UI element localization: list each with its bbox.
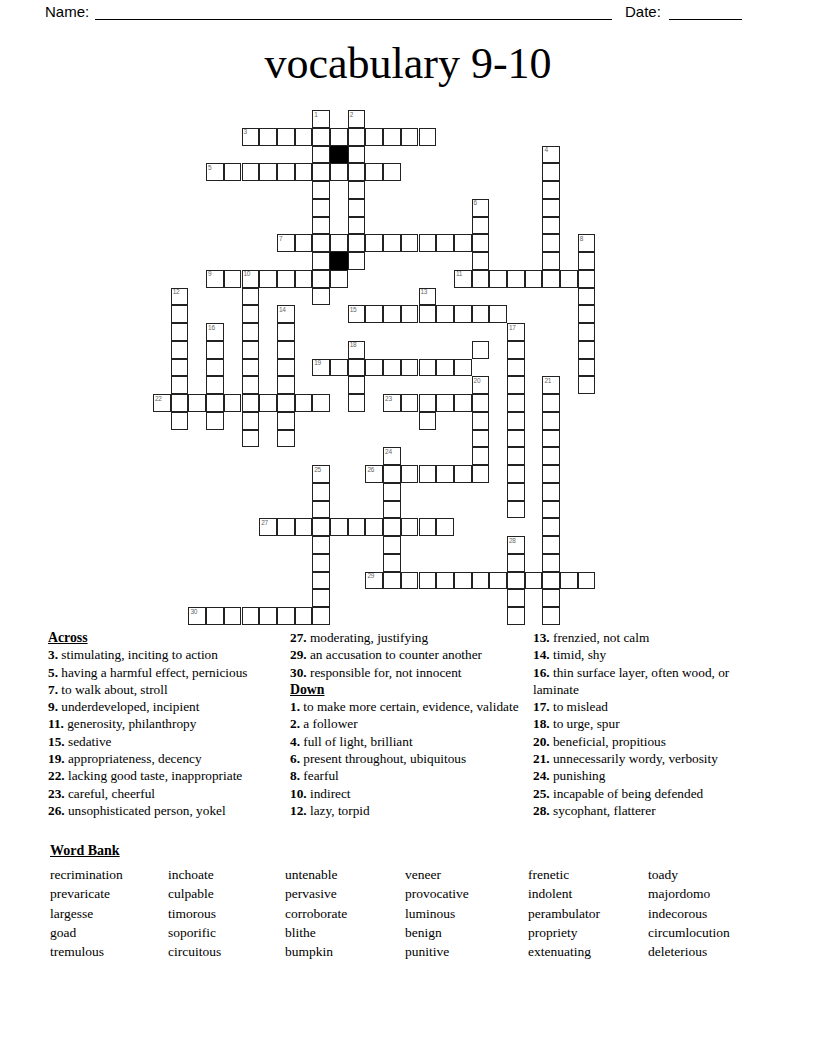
clues-column-middle: 27. moderating, justifying29. an accusat…: [290, 629, 534, 819]
grid-cell[interactable]: [489, 305, 507, 323]
grid-cell[interactable]: [578, 305, 596, 323]
grid-cell[interactable]: [542, 572, 560, 590]
grid-cell[interactable]: 29: [365, 572, 383, 590]
grid-cell[interactable]: [277, 412, 295, 430]
worksheet-page: { "header": {"name_label": "Name:", "dat…: [0, 0, 816, 1056]
grid-cell[interactable]: [383, 483, 401, 501]
grid-cell[interactable]: [419, 412, 437, 430]
grid-cell[interactable]: [295, 270, 313, 288]
cell-number: 13: [421, 288, 428, 295]
grid-cell[interactable]: [472, 394, 490, 412]
grid-cell[interactable]: 13: [419, 288, 437, 306]
grid-cell[interactable]: 18: [348, 341, 366, 359]
grid-cell[interactable]: [224, 270, 242, 288]
clue-7: 7. to walk about, stroll: [48, 681, 290, 698]
clue-29: 29. an accusation to counter another: [290, 646, 534, 663]
cell-number: 23: [385, 395, 392, 402]
grid-cell[interactable]: [542, 483, 560, 501]
word-bank-item: largesse: [50, 904, 168, 923]
cell-number: 18: [350, 341, 357, 348]
cell-number: 19: [314, 359, 321, 366]
grid-cell[interactable]: [542, 447, 560, 465]
grid-cell[interactable]: [224, 163, 242, 181]
grid-cell[interactable]: [312, 607, 330, 625]
grid-cell[interactable]: [277, 607, 295, 625]
grid-cell[interactable]: [348, 181, 366, 199]
word-bank-item: indolent: [528, 884, 648, 903]
grid-cell[interactable]: [525, 572, 543, 590]
grid-cell[interactable]: [542, 465, 560, 483]
grid-cell[interactable]: [242, 359, 260, 377]
grid-cell[interactable]: 28: [507, 536, 525, 554]
grid-cell[interactable]: [224, 394, 242, 412]
down-heading: Down: [290, 681, 534, 698]
grid-cell[interactable]: [472, 412, 490, 430]
name-blank-line[interactable]: [95, 3, 612, 20]
word-bank-item: inchoate: [168, 865, 285, 884]
cell-number: 29: [367, 572, 374, 579]
black-cell: [330, 252, 348, 270]
grid-cell[interactable]: [436, 394, 454, 412]
grid-cell[interactable]: [419, 394, 437, 412]
grid-cell[interactable]: [436, 465, 454, 483]
grid-cell[interactable]: [578, 341, 596, 359]
grid-cell[interactable]: [312, 518, 330, 536]
grid-cell[interactable]: [171, 323, 189, 341]
grid-cell[interactable]: [312, 163, 330, 181]
page-title: vocabulary 9-10: [0, 40, 816, 88]
grid-cell[interactable]: [348, 128, 366, 146]
grid-cell[interactable]: [365, 518, 383, 536]
grid-cell[interactable]: 21: [542, 376, 560, 394]
grid-cell[interactable]: [295, 607, 313, 625]
cell-number: 12: [173, 288, 180, 295]
grid-cell[interactable]: [436, 234, 454, 252]
grid-cell[interactable]: [507, 607, 525, 625]
grid-cell[interactable]: [401, 394, 419, 412]
grid-cell[interactable]: [277, 270, 295, 288]
grid-cell[interactable]: [507, 465, 525, 483]
grid-cell[interactable]: [454, 465, 472, 483]
grid-cell[interactable]: [578, 252, 596, 270]
word-bank-item: circuitous: [168, 942, 285, 961]
grid-cell[interactable]: 4: [542, 146, 560, 164]
grid-cell[interactable]: [419, 465, 437, 483]
grid-cell[interactable]: [507, 341, 525, 359]
grid-cell[interactable]: [507, 554, 525, 572]
word-bank-item: pervasive: [285, 884, 405, 903]
word-bank-item: circumlocution: [648, 923, 770, 942]
grid-cell[interactable]: [383, 501, 401, 519]
grid-cell[interactable]: [401, 234, 419, 252]
grid-cell[interactable]: [489, 572, 507, 590]
grid-cell[interactable]: 9: [206, 270, 224, 288]
grid-cell[interactable]: [330, 234, 348, 252]
grid-cell[interactable]: [312, 572, 330, 590]
grid-cell[interactable]: [507, 394, 525, 412]
grid-cell[interactable]: [206, 359, 224, 377]
grid-cell[interactable]: [348, 146, 366, 164]
grid-cell[interactable]: [259, 394, 277, 412]
grid-cell[interactable]: [259, 607, 277, 625]
grid-cell[interactable]: [348, 199, 366, 217]
grid-cell[interactable]: 7: [277, 234, 295, 252]
cell-number: 1: [314, 111, 317, 118]
grid-cell[interactable]: [206, 607, 224, 625]
word-bank-column: untenablepervasivecorroborateblithebumpk…: [285, 865, 405, 961]
grid-cell[interactable]: [489, 270, 507, 288]
grid-cell[interactable]: [365, 359, 383, 377]
grid-cell[interactable]: [542, 252, 560, 270]
grid-cell[interactable]: [242, 323, 260, 341]
grid-cell[interactable]: [295, 163, 313, 181]
grid-cell[interactable]: 14: [277, 305, 295, 323]
cell-number: 15: [350, 306, 357, 313]
crossword-grid: 1234567891011121314151617181920212223242…: [153, 110, 596, 625]
grid-cell[interactable]: [348, 359, 366, 377]
grid-cell[interactable]: [206, 394, 224, 412]
grid-cell[interactable]: [312, 252, 330, 270]
grid-cell[interactable]: 6: [472, 199, 490, 217]
grid-cell[interactable]: [330, 163, 348, 181]
grid-cell[interactable]: [454, 305, 472, 323]
grid-cell[interactable]: [171, 341, 189, 359]
grid-cell[interactable]: [472, 572, 490, 590]
grid-cell[interactable]: [365, 128, 383, 146]
grid-cell[interactable]: [383, 465, 401, 483]
clue-18: 18. to urge, spur: [533, 715, 770, 732]
grid-cell[interactable]: [242, 430, 260, 448]
grid-cell[interactable]: [330, 359, 348, 377]
cell-number: 2: [350, 111, 353, 118]
grid-cell[interactable]: 30: [188, 607, 206, 625]
grid-cell[interactable]: [312, 536, 330, 554]
grid-cell[interactable]: [277, 376, 295, 394]
clue-27: 27. moderating, justifying: [290, 629, 534, 646]
word-bank-item: toady: [648, 865, 770, 884]
grid-cell[interactable]: [383, 572, 401, 590]
grid-cell[interactable]: [312, 217, 330, 235]
grid-cell[interactable]: [259, 163, 277, 181]
grid-cell[interactable]: [348, 252, 366, 270]
grid-cell[interactable]: [401, 128, 419, 146]
grid-cell[interactable]: [383, 536, 401, 554]
grid-cell[interactable]: [401, 572, 419, 590]
grid-cell[interactable]: [277, 128, 295, 146]
cell-number: 9: [208, 270, 211, 277]
grid-cell[interactable]: 20: [472, 376, 490, 394]
grid-cell[interactable]: [472, 447, 490, 465]
grid-cell[interactable]: [542, 607, 560, 625]
grid-cell[interactable]: [312, 589, 330, 607]
grid-cell[interactable]: [578, 270, 596, 288]
clue-19: 19. appropriateness, decency: [48, 750, 290, 767]
grid-cell[interactable]: [330, 518, 348, 536]
grid-cell[interactable]: 23: [383, 394, 401, 412]
grid-cell[interactable]: 10: [242, 270, 260, 288]
grid-cell[interactable]: [383, 359, 401, 377]
word-bank-item: tremulous: [50, 942, 168, 961]
grid-cell[interactable]: [507, 589, 525, 607]
word-bank-column: toadymajordomoindecorouscircumlocutionde…: [648, 865, 770, 961]
grid-cell[interactable]: 11: [454, 270, 472, 288]
cell-number: 17: [509, 324, 516, 331]
grid-cell[interactable]: [383, 128, 401, 146]
grid-cell[interactable]: [312, 501, 330, 519]
grid-cell[interactable]: [312, 181, 330, 199]
word-bank-item: indecorous: [648, 904, 770, 923]
grid-cell[interactable]: [348, 376, 366, 394]
grid-cell[interactable]: [401, 465, 419, 483]
grid-cell[interactable]: [242, 376, 260, 394]
grid-cell[interactable]: 25: [312, 465, 330, 483]
grid-cell[interactable]: [277, 518, 295, 536]
grid-cell[interactable]: 2: [348, 110, 366, 128]
grid-cell[interactable]: [171, 359, 189, 377]
grid-cell[interactable]: [277, 341, 295, 359]
grid-cell[interactable]: 12: [171, 288, 189, 306]
cell-number: 24: [385, 448, 392, 455]
grid-cell[interactable]: [419, 359, 437, 377]
grid-cell[interactable]: [171, 412, 189, 430]
clue-20: 20. beneficial, propitious: [533, 733, 770, 750]
word-bank-item: majordomo: [648, 884, 770, 903]
grid-cell[interactable]: [348, 394, 366, 412]
grid-cell[interactable]: [542, 199, 560, 217]
grid-cell[interactable]: [454, 394, 472, 412]
grid-cell[interactable]: [578, 572, 596, 590]
grid-cell[interactable]: [560, 572, 578, 590]
clue-17: 17. to mislead: [533, 698, 770, 715]
grid-cell[interactable]: [277, 359, 295, 377]
word-bank-item: perambulator: [528, 904, 648, 923]
clue-13: 13. frenzied, not calm: [533, 629, 770, 646]
grid-cell[interactable]: [436, 572, 454, 590]
cell-number: 28: [509, 537, 516, 544]
grid-cell[interactable]: [259, 270, 277, 288]
grid-cell[interactable]: [383, 163, 401, 181]
grid-cell[interactable]: [383, 554, 401, 572]
grid-cell[interactable]: [542, 554, 560, 572]
clue-25: 25. incapable of being defended: [533, 785, 770, 802]
grid-cell[interactable]: [277, 323, 295, 341]
grid-cell[interactable]: [348, 234, 366, 252]
grid-cell[interactable]: [330, 128, 348, 146]
grid-cell[interactable]: [295, 394, 313, 412]
grid-cell[interactable]: [312, 146, 330, 164]
word-bank-item: punitive: [405, 942, 528, 961]
grid-cell[interactable]: 1: [312, 110, 330, 128]
grid-cell[interactable]: [383, 518, 401, 536]
grid-cell[interactable]: [507, 483, 525, 501]
clue-22: 22. lacking good taste, inappropriate: [48, 767, 290, 784]
grid-cell[interactable]: [171, 376, 189, 394]
grid-cell[interactable]: 24: [383, 447, 401, 465]
grid-cell[interactable]: [578, 323, 596, 341]
grid-cell[interactable]: [542, 270, 560, 288]
grid-cell[interactable]: [206, 376, 224, 394]
grid-cell[interactable]: [454, 572, 472, 590]
grid-cell[interactable]: [507, 270, 525, 288]
grid-cell[interactable]: [383, 305, 401, 323]
grid-cell[interactable]: [348, 518, 366, 536]
clue-1: 1. to make more certain, evidence, valid…: [290, 698, 534, 715]
grid-cell[interactable]: [507, 430, 525, 448]
grid-cell[interactable]: [542, 518, 560, 536]
grid-cell[interactable]: [277, 163, 295, 181]
grid-cell[interactable]: [242, 607, 260, 625]
grid-cell[interactable]: [365, 305, 383, 323]
grid-cell[interactable]: [436, 359, 454, 377]
grid-cell[interactable]: [330, 270, 348, 288]
grid-cell[interactable]: [312, 394, 330, 412]
cell-number: 8: [580, 235, 583, 242]
grid-cell[interactable]: [507, 447, 525, 465]
grid-cell[interactable]: [542, 412, 560, 430]
grid-cell[interactable]: 22: [153, 394, 171, 412]
grid-cell[interactable]: [419, 234, 437, 252]
word-bank-column: freneticindolentperambulatorproprietyext…: [528, 865, 648, 961]
cell-number: 7: [279, 235, 282, 242]
grid-cell[interactable]: [542, 234, 560, 252]
cell-number: 25: [314, 466, 321, 473]
grid-cell[interactable]: [242, 394, 260, 412]
grid-cell[interactable]: [472, 430, 490, 448]
word-bank-item: bumpkin: [285, 942, 405, 961]
grid-cell[interactable]: [542, 394, 560, 412]
grid-cell[interactable]: 8: [578, 234, 596, 252]
grid-cell[interactable]: 15: [348, 305, 366, 323]
grid-cell[interactable]: [295, 128, 313, 146]
cell-number: 22: [155, 395, 162, 402]
grid-cell[interactable]: [277, 394, 295, 412]
grid-cell[interactable]: 16: [206, 323, 224, 341]
grid-cell[interactable]: [507, 501, 525, 519]
grid-cell[interactable]: [312, 199, 330, 217]
grid-cell[interactable]: [472, 305, 490, 323]
grid-cell[interactable]: [242, 163, 260, 181]
grid-cell[interactable]: [312, 288, 330, 306]
grid-cell[interactable]: [419, 305, 437, 323]
grid-cell[interactable]: [312, 234, 330, 252]
word-bank-item: recrimination: [50, 865, 168, 884]
word-bank-heading: Word Bank: [50, 843, 770, 859]
grid-cell[interactable]: [507, 412, 525, 430]
grid-cell[interactable]: [171, 394, 189, 412]
grid-cell[interactable]: [542, 163, 560, 181]
grid-cell[interactable]: [542, 181, 560, 199]
grid-cell[interactable]: [365, 163, 383, 181]
clue-10: 10. indirect: [290, 785, 534, 802]
grid-cell[interactable]: [312, 483, 330, 501]
word-bank-item: extenuating: [528, 942, 648, 961]
grid-cell[interactable]: [525, 270, 543, 288]
clue-28: 28. sycophant, flatterer: [533, 802, 770, 819]
grid-cell[interactable]: 3: [242, 128, 260, 146]
word-bank-item: deleterious: [648, 942, 770, 961]
grid-cell[interactable]: [472, 465, 490, 483]
word-bank-item: blithe: [285, 923, 405, 942]
clue-4: 4. full of light, brilliant: [290, 733, 534, 750]
grid-cell[interactable]: 19: [312, 359, 330, 377]
grid-cell[interactable]: [507, 359, 525, 377]
grid-cell[interactable]: [401, 305, 419, 323]
grid-cell[interactable]: [578, 288, 596, 306]
grid-cell[interactable]: [312, 270, 330, 288]
grid-cell[interactable]: [224, 607, 242, 625]
name-label: Name:: [45, 3, 89, 20]
grid-cell[interactable]: [171, 305, 189, 323]
grid-cell[interactable]: [206, 341, 224, 359]
grid-cell[interactable]: [454, 234, 472, 252]
grid-cell[interactable]: [312, 554, 330, 572]
clue-11: 11. generosity, philanthropy: [48, 715, 290, 732]
grid-cell[interactable]: 27: [259, 518, 277, 536]
grid-cell[interactable]: [542, 217, 560, 235]
date-label: Date:: [625, 3, 661, 20]
cell-number: 6: [474, 199, 477, 206]
grid-cell[interactable]: [206, 412, 224, 430]
date-blank-line[interactable]: [669, 3, 742, 20]
grid-cell[interactable]: [365, 234, 383, 252]
grid-cell[interactable]: [578, 359, 596, 377]
grid-cell[interactable]: [542, 536, 560, 554]
grid-cell[interactable]: 5: [206, 163, 224, 181]
grid-cell[interactable]: [472, 217, 490, 235]
grid-cell[interactable]: [507, 572, 525, 590]
grid-cell[interactable]: [542, 430, 560, 448]
grid-cell[interactable]: [348, 217, 366, 235]
grid-cell[interactable]: 17: [507, 323, 525, 341]
grid-cell[interactable]: [242, 412, 260, 430]
grid-cell[interactable]: [560, 270, 578, 288]
grid-cell[interactable]: [472, 270, 490, 288]
grid-cell[interactable]: [242, 305, 260, 323]
grid-cell[interactable]: [312, 128, 330, 146]
grid-cell[interactable]: 26: [365, 465, 383, 483]
grid-cell[interactable]: [419, 128, 437, 146]
grid-cell[interactable]: [242, 341, 260, 359]
grid-cell[interactable]: [348, 163, 366, 181]
grid-cell[interactable]: [578, 376, 596, 394]
grid-cell[interactable]: [188, 394, 206, 412]
grid-cell[interactable]: [401, 359, 419, 377]
grid-cell[interactable]: [401, 518, 419, 536]
cell-number: 21: [544, 377, 551, 384]
grid-cell[interactable]: [472, 341, 490, 359]
word-bank-item: untenable: [285, 865, 405, 884]
grid-cell[interactable]: [472, 252, 490, 270]
clue-9: 9. underdeveloped, incipient: [48, 698, 290, 715]
grid-cell[interactable]: [507, 376, 525, 394]
grid-cell[interactable]: [295, 518, 313, 536]
grid-cell[interactable]: [277, 430, 295, 448]
grid-cell[interactable]: [436, 518, 454, 536]
grid-cell[interactable]: [419, 572, 437, 590]
grid-cell[interactable]: [542, 589, 560, 607]
grid-cell[interactable]: [242, 288, 260, 306]
word-bank-columns: recriminationprevaricatelargessegoadtrem…: [50, 865, 770, 961]
grid-cell[interactable]: [419, 518, 437, 536]
grid-cell[interactable]: [542, 501, 560, 519]
grid-cell[interactable]: [472, 234, 490, 252]
cell-number: 16: [208, 324, 215, 331]
grid-cell[interactable]: [436, 305, 454, 323]
grid-cell[interactable]: [259, 128, 277, 146]
grid-cell[interactable]: [454, 359, 472, 377]
grid-cell[interactable]: [295, 234, 313, 252]
grid-cell[interactable]: [383, 234, 401, 252]
